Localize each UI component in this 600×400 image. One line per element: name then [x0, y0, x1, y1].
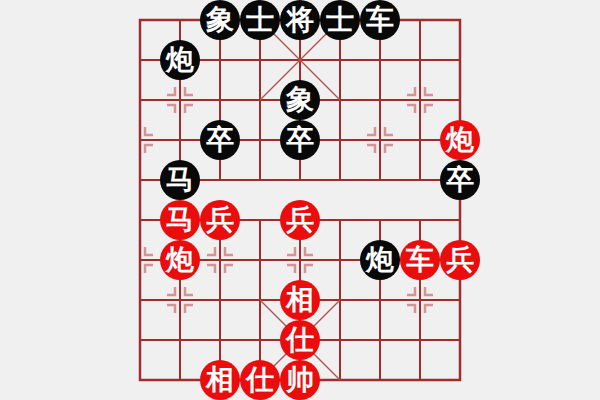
piece-black-general[interactable]: 将 [280, 0, 320, 40]
piece-red-soldier[interactable]: 兵 [440, 240, 480, 280]
piece-black-horse[interactable]: 马 [160, 160, 200, 200]
piece-black-cannon[interactable]: 炮 [160, 40, 200, 80]
xiangqi-board: 象士将士车炮象卒卒炮马卒马兵兵炮炮车兵相仕相仕帅 [0, 0, 600, 400]
piece-red-cannon[interactable]: 炮 [160, 240, 200, 280]
piece-black-soldier[interactable]: 卒 [200, 120, 240, 160]
piece-black-soldier[interactable]: 卒 [440, 160, 480, 200]
piece-red-soldier[interactable]: 兵 [200, 200, 240, 240]
piece-black-soldier[interactable]: 卒 [280, 120, 320, 160]
pieces-layer: 象士将士车炮象卒卒炮马卒马兵兵炮炮车兵相仕相仕帅 [0, 0, 600, 400]
piece-black-cannon[interactable]: 炮 [360, 240, 400, 280]
piece-red-elephant[interactable]: 相 [200, 360, 240, 400]
piece-black-advisor[interactable]: 士 [240, 0, 280, 40]
piece-red-cannon[interactable]: 炮 [440, 120, 480, 160]
piece-red-horse[interactable]: 马 [160, 200, 200, 240]
piece-black-rook[interactable]: 车 [360, 0, 400, 40]
xiangqi-screenshot: { "game": "xiangqi", "board": { "cols": … [0, 0, 600, 400]
piece-black-elephant[interactable]: 象 [280, 80, 320, 120]
piece-red-rook[interactable]: 车 [400, 240, 440, 280]
piece-red-general[interactable]: 帅 [280, 360, 320, 400]
piece-red-elephant[interactable]: 相 [280, 280, 320, 320]
piece-red-soldier[interactable]: 兵 [280, 200, 320, 240]
piece-black-elephant[interactable]: 象 [200, 0, 240, 40]
piece-red-advisor[interactable]: 仕 [240, 360, 280, 400]
piece-red-advisor[interactable]: 仕 [280, 320, 320, 360]
piece-black-advisor[interactable]: 士 [320, 0, 360, 40]
